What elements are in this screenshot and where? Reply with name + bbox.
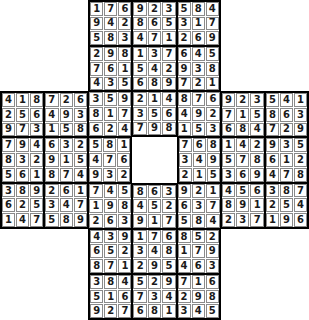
sudoku-cell[interactable]: 5 — [222, 153, 235, 167]
sudoku-cell[interactable]: 5 — [133, 275, 146, 289]
sudoku-cell[interactable]: 1 — [133, 47, 146, 61]
sudoku-cell[interactable]: 3 — [266, 184, 279, 198]
sudoku-cell[interactable]: 6 — [118, 290, 131, 304]
sudoku-cell[interactable]: 6 — [118, 2, 131, 16]
sudoku-cell[interactable]: 3 — [192, 199, 205, 213]
sudoku-cell[interactable]: 5 — [178, 214, 191, 228]
sudoku-box: 745198263 — [88, 183, 132, 229]
sudoku-cell[interactable]: 3 — [280, 138, 293, 152]
sudoku-cell[interactable]: 3 — [89, 92, 102, 106]
sudoku-cell[interactable]: 2 — [104, 122, 117, 136]
sudoku-cell[interactable]: 1 — [104, 290, 117, 304]
sudoku-cell[interactable]: 9 — [148, 122, 161, 136]
sudoku-cell[interactable]: 5 — [162, 17, 175, 31]
sudoku-cell[interactable]: 4 — [236, 138, 249, 152]
sudoku-box: 176942583 — [88, 0, 132, 46]
sudoku-cell[interactable]: 2 — [236, 93, 249, 107]
sudoku-cell[interactable]: 2 — [118, 17, 131, 31]
sudoku-cell[interactable]: 5 — [45, 213, 58, 227]
sudoku-cell[interactable]: 8 — [206, 62, 219, 76]
sudoku-cell[interactable]: 8 — [60, 213, 73, 227]
sudoku-cell[interactable]: 6 — [16, 168, 29, 182]
sudoku-cell[interactable]: 7 — [118, 107, 131, 121]
sudoku-cell[interactable]: 3 — [179, 153, 192, 167]
sudoku-cell[interactable]: 5 — [148, 199, 161, 213]
sudoku-cell[interactable]: 6 — [178, 199, 191, 213]
sudoku-cell[interactable]: 7 — [30, 213, 43, 227]
sudoku-cell[interactable]: 7 — [206, 199, 219, 213]
sudoku-cell[interactable]: 5 — [90, 31, 103, 45]
sudoku-cell[interactable]: 2 — [30, 153, 43, 167]
sudoku-cell[interactable]: 3 — [162, 185, 175, 199]
sudoku-cell[interactable]: 4 — [162, 92, 175, 106]
sudoku-cell[interactable]: 3 — [118, 214, 131, 228]
sudoku-cell[interactable]: 9 — [60, 108, 73, 122]
sudoku-cell[interactable]: 6 — [192, 259, 205, 273]
sudoku-cell[interactable]: 7 — [89, 184, 102, 198]
sudoku-cell[interactable]: 5 — [206, 47, 219, 61]
sudoku-cell[interactable]: 5 — [207, 168, 220, 182]
sudoku-cell[interactable]: 1 — [236, 108, 249, 122]
sudoku-cell[interactable]: 2 — [117, 168, 130, 182]
sudoku-cell[interactable]: 6 — [294, 213, 307, 227]
sudoku-cell[interactable]: 1 — [16, 93, 29, 107]
sudoku-cell[interactable]: 2 — [89, 214, 102, 228]
sudoku-cell[interactable]: 5 — [294, 138, 307, 152]
sudoku-cell[interactable]: 1 — [206, 184, 219, 198]
sudoku-cell[interactable]: 3 — [206, 122, 219, 136]
sudoku-cell[interactable]: 1 — [104, 107, 117, 121]
sudoku-cell[interactable]: 8 — [118, 199, 131, 213]
empty-region — [265, 46, 309, 92]
sudoku-cell[interactable]: 4 — [162, 290, 175, 304]
sudoku-cell[interactable]: 2 — [104, 304, 117, 318]
sudoku-cell[interactable]: 7 — [45, 93, 58, 107]
sudoku-cell[interactable]: 2 — [148, 2, 161, 16]
sudoku-cell[interactable]: 4 — [60, 198, 73, 212]
sudoku-cell[interactable]: 9 — [222, 93, 235, 107]
sudoku-cell[interactable]: 9 — [192, 107, 205, 121]
sudoku-cell[interactable]: 2 — [90, 47, 103, 61]
sudoku-cell[interactable]: 8 — [207, 138, 220, 152]
sudoku-cell[interactable]: 8 — [206, 290, 219, 304]
sudoku-cell[interactable]: 8 — [178, 230, 191, 244]
sudoku-cell[interactable]: 7 — [148, 230, 161, 244]
sudoku-cell[interactable]: 7 — [192, 92, 205, 106]
sudoku-cell[interactable]: 3 — [45, 198, 58, 212]
empty-region — [221, 0, 265, 46]
sudoku-cell[interactable]: 7 — [266, 123, 279, 137]
sudoku-cell[interactable]: 9 — [162, 77, 175, 91]
sudoku-cell[interactable]: 2 — [162, 199, 175, 213]
sudoku-cell[interactable]: 8 — [118, 47, 131, 61]
sudoku-cell[interactable]: 5 — [16, 108, 29, 122]
sudoku-cell[interactable]: 7 — [162, 47, 175, 61]
sudoku-cell[interactable]: 5 — [74, 153, 87, 167]
sudoku-cell[interactable]: 6 — [74, 93, 87, 107]
sudoku-cell[interactable]: 9 — [133, 214, 146, 228]
sudoku-cell[interactable]: 1 — [162, 31, 175, 45]
sudoku-cell[interactable]: 6 — [222, 123, 235, 137]
sudoku-cell[interactable]: 9 — [162, 275, 175, 289]
sudoku-cell[interactable]: 6 — [104, 214, 117, 228]
sudoku-cell[interactable]: 1 — [178, 244, 191, 258]
sudoku-cell[interactable]: 2 — [192, 184, 205, 198]
sudoku-box: 418256973 — [0, 91, 44, 137]
sudoku-cell[interactable]: 9 — [250, 168, 263, 182]
sudoku-cell[interactable]: 4 — [118, 122, 131, 136]
sudoku-cell[interactable]: 9 — [148, 259, 161, 273]
sudoku-cell[interactable]: 2 — [250, 138, 263, 152]
sudoku-cell[interactable]: 2 — [118, 244, 131, 258]
sudoku-cell[interactable]: 2 — [266, 198, 279, 212]
sudoku-cell[interactable]: 5 — [192, 230, 205, 244]
sudoku-cell[interactable]: 7 — [192, 244, 205, 258]
sudoku-cell[interactable]: 6 — [280, 108, 293, 122]
sudoku-cell[interactable]: 9 — [89, 168, 102, 182]
sudoku-cell[interactable]: 1 — [192, 17, 205, 31]
sudoku-cell[interactable]: 2 — [162, 62, 175, 76]
sudoku-cell[interactable]: 4 — [178, 107, 191, 121]
sudoku-cell[interactable]: 7 — [206, 17, 219, 31]
sudoku-cell[interactable]: 2 — [179, 168, 192, 182]
sudoku-cell[interactable]: 4 — [16, 213, 29, 227]
sudoku-cell[interactable]: 1 — [90, 2, 103, 16]
sudoku-cell[interactable]: 7 — [178, 77, 191, 91]
sudoku-cell[interactable]: 7 — [90, 62, 103, 76]
sudoku-cell[interactable]: 8 — [30, 93, 43, 107]
sudoku-cell[interactable]: 8 — [104, 275, 117, 289]
sudoku-cell[interactable]: 4 — [192, 47, 205, 61]
sudoku-cell[interactable]: 1 — [2, 213, 15, 227]
sudoku-cell[interactable]: 3 — [178, 304, 191, 318]
sudoku-cell[interactable]: 3 — [60, 138, 73, 152]
sudoku-cell[interactable]: 5 — [104, 244, 117, 258]
sudoku-cell[interactable]: 3 — [133, 107, 146, 121]
sudoku-cell[interactable]: 8 — [250, 153, 263, 167]
sudoku-cell[interactable]: 7 — [222, 108, 235, 122]
sudoku-cell[interactable]: 1 — [89, 199, 102, 213]
sudoku-cell[interactable]: 8 — [90, 259, 103, 273]
sudoku-cell[interactable]: 4 — [90, 230, 103, 244]
sudoku-cell[interactable]: 8 — [294, 168, 307, 182]
sudoku-cell[interactable]: 5 — [2, 168, 15, 182]
sudoku-cell[interactable]: 3 — [222, 168, 235, 182]
sudoku-cell[interactable]: 1 — [162, 304, 175, 318]
sudoku-cell[interactable]: 4 — [74, 168, 87, 182]
sudoku-cell[interactable]: 6 — [148, 17, 161, 31]
sudoku-cell[interactable]: 3 — [2, 184, 15, 198]
sudoku-cell[interactable]: 9 — [294, 123, 307, 137]
sudoku-cell[interactable]: 5 — [206, 304, 219, 318]
sudoku-cell[interactable]: 3 — [162, 2, 175, 16]
sudoku-cell[interactable]: 4 — [148, 244, 161, 258]
sudoku-cell[interactable]: 4 — [206, 214, 219, 228]
sudoku-cell[interactable]: 6 — [133, 77, 146, 91]
sudoku-cell[interactable]: 9 — [192, 290, 205, 304]
sudoku-cell[interactable]: 6 — [236, 168, 249, 182]
sudoku-cell[interactable]: 4 — [90, 77, 103, 91]
sudoku-cell[interactable]: 2 — [16, 198, 29, 212]
sudoku-cell[interactable]: 3 — [148, 290, 161, 304]
sudoku-box: 541863729 — [265, 91, 309, 137]
sudoku-cell[interactable]: 4 — [294, 198, 307, 212]
sudoku-cell[interactable]: 9 — [74, 213, 87, 227]
sudoku-cell[interactable]: 5 — [192, 122, 205, 136]
sudoku-cell[interactable]: 3 — [74, 108, 87, 122]
sudoku-cell[interactable]: 1 — [133, 230, 146, 244]
sudoku-cell[interactable]: 4 — [280, 93, 293, 107]
sudoku-cell[interactable]: 3 — [294, 108, 307, 122]
sudoku-cell[interactable]: 5 — [90, 290, 103, 304]
sudoku-cell[interactable]: 9 — [178, 62, 191, 76]
sudoku-cell[interactable]: 4 — [118, 275, 131, 289]
sudoku-cell[interactable]: 3 — [30, 123, 43, 137]
sudoku-cell[interactable]: 1 — [266, 213, 279, 227]
sudoku-cell[interactable]: 1 — [30, 168, 43, 182]
sudoku-cell[interactable]: 5 — [236, 184, 249, 198]
sudoku-cell[interactable]: 9 — [133, 2, 146, 16]
sudoku-cell[interactable]: 4 — [193, 153, 206, 167]
sudoku-cell[interactable]: 7 — [60, 168, 73, 182]
sudoku-cell[interactable]: 9 — [16, 138, 29, 152]
sudoku-cell[interactable]: 5 — [118, 77, 131, 91]
sudoku-cell[interactable]: 8 — [133, 17, 146, 31]
sudoku-cell[interactable]: 3 — [133, 244, 146, 258]
sudoku-cell[interactable]: 7 — [133, 290, 146, 304]
sudoku-cell[interactable]: 9 — [266, 138, 279, 152]
sudoku-cell[interactable]: 5 — [104, 92, 117, 106]
sudoku-cell[interactable]: 1 — [45, 123, 58, 137]
sudoku-cell[interactable]: 7 — [294, 184, 307, 198]
sudoku-cell[interactable]: 2 — [280, 123, 293, 137]
sudoku-cell[interactable]: 9 — [90, 17, 103, 31]
sudoku-cell[interactable]: 4 — [206, 2, 219, 16]
sudoku-cell[interactable]: 3 — [104, 230, 117, 244]
sudoku-cell[interactable]: 8 — [162, 122, 175, 136]
sudoku-cell[interactable]: 6 — [193, 138, 206, 152]
sudoku-cell[interactable]: 7 — [179, 138, 192, 152]
sudoku-cell[interactable]: 1 — [148, 92, 161, 106]
sudoku-cell[interactable]: 7 — [118, 304, 131, 318]
sudoku-cell[interactable]: 2 — [2, 108, 15, 122]
sudoku-cell[interactable]: 9 — [30, 184, 43, 198]
sudoku-cell[interactable]: 2 — [192, 77, 205, 91]
sudoku-cell[interactable]: 1 — [206, 77, 219, 91]
sudoku-cell[interactable]: 1 — [193, 168, 206, 182]
sudoku-cell[interactable]: 4 — [148, 62, 161, 76]
sudoku-cell[interactable]: 9 — [118, 230, 131, 244]
sudoku-cell[interactable]: 9 — [104, 47, 117, 61]
sudoku-cell[interactable]: 3 — [250, 93, 263, 107]
sudoku-cell[interactable]: 9 — [45, 153, 58, 167]
sudoku-cell[interactable]: 5 — [118, 184, 131, 198]
sudoku-cell[interactable]: 9 — [90, 304, 103, 318]
sudoku-cell[interactable]: 6 — [45, 138, 58, 152]
sudoku-cell[interactable]: 8 — [104, 31, 117, 45]
sudoku-cell[interactable]: 3 — [192, 62, 205, 76]
sudoku-cell[interactable]: 1 — [148, 214, 161, 228]
sudoku-cell[interactable]: 2 — [133, 92, 146, 106]
sudoku-cell[interactable]: 5 — [280, 198, 293, 212]
sudoku-cell[interactable]: 5 — [60, 123, 73, 137]
sudoku-cell[interactable]: 9 — [104, 199, 117, 213]
sudoku-cell[interactable]: 6 — [162, 107, 175, 121]
sudoku-cell[interactable]: 2 — [148, 275, 161, 289]
sudoku-cell[interactable]: 8 — [148, 77, 161, 91]
sudoku-cell[interactable]: 5 — [133, 62, 146, 76]
sudoku-cell[interactable]: 4 — [178, 259, 191, 273]
sudoku-cell[interactable]: 7 — [236, 153, 249, 167]
sudoku-cell[interactable]: 4 — [222, 184, 235, 198]
sudoku-cell[interactable]: 5 — [89, 138, 102, 152]
sudoku-cell[interactable]: 8 — [2, 153, 15, 167]
sudoku-cell[interactable]: 4 — [104, 184, 117, 198]
sudoku-cell[interactable]: 7 — [250, 213, 263, 227]
sudoku-cell[interactable]: 1 — [118, 259, 131, 273]
sudoku-cell[interactable]: 7 — [16, 123, 29, 137]
sudoku-cell[interactable]: 6 — [250, 184, 263, 198]
sudoku-cell[interactable]: 6 — [89, 122, 102, 136]
sudoku-cell[interactable]: 4 — [30, 138, 43, 152]
sudoku-cell[interactable]: 6 — [266, 153, 279, 167]
sudoku-cell[interactable]: 6 — [162, 230, 175, 244]
sudoku-cell[interactable]: 7 — [280, 168, 293, 182]
sudoku-cell[interactable]: 2 — [294, 153, 307, 167]
sudoku-cell[interactable]: 3 — [104, 77, 117, 91]
sudoku-cell[interactable]: 4 — [2, 93, 15, 107]
sudoku-cell[interactable]: 4 — [133, 199, 146, 213]
sudoku-cell[interactable]: 8 — [133, 185, 146, 199]
sudoku-cell[interactable]: 1 — [192, 275, 205, 289]
sudoku-cell[interactable]: 6 — [60, 184, 73, 198]
sudoku-cell[interactable]: 6 — [90, 244, 103, 258]
sudoku-cell[interactable]: 3 — [178, 17, 191, 31]
sudoku-cell[interactable]: 2 — [178, 290, 191, 304]
sudoku-cell[interactable]: 4 — [266, 168, 279, 182]
sudoku-cell[interactable]: 4 — [133, 31, 146, 45]
sudoku-cell[interactable]: 5 — [148, 107, 161, 121]
sudoku-cell[interactable]: 2 — [74, 138, 87, 152]
sudoku-cell[interactable]: 9 — [178, 184, 191, 198]
sudoku-cell[interactable]: 8 — [45, 168, 58, 182]
sudoku-cell[interactable]: 4 — [250, 123, 263, 137]
empty-region — [44, 46, 88, 92]
sudoku-cell[interactable]: 2 — [222, 213, 235, 227]
sudoku-cell[interactable]: 3 — [236, 213, 249, 227]
sudoku-cell[interactable]: 2 — [206, 107, 219, 121]
sudoku-cell[interactable]: 8 — [74, 123, 87, 137]
sudoku-cell[interactable]: 8 — [266, 108, 279, 122]
sudoku-cell[interactable]: 5 — [162, 259, 175, 273]
sudoku-box: 142578369 — [221, 137, 265, 183]
sudoku-cell[interactable]: 2 — [206, 230, 219, 244]
sudoku-cell[interactable]: 9 — [207, 153, 220, 167]
sudoku-cell[interactable]: 3 — [118, 31, 131, 45]
sudoku-cell[interactable]: 6 — [148, 185, 161, 199]
sudoku-cell[interactable]: 5 — [250, 108, 263, 122]
sudoku-box: 726493158 — [44, 91, 88, 137]
sudoku-cell[interactable]: 6 — [104, 62, 117, 76]
sudoku-cell[interactable]: 1 — [74, 184, 87, 198]
sudoku-cell[interactable]: 3 — [103, 168, 116, 182]
sudoku-cell[interactable]: 9 — [206, 31, 219, 45]
sudoku-cell[interactable]: 7 — [103, 153, 116, 167]
sudoku-cell[interactable]: 8 — [236, 123, 249, 137]
sudoku-cell[interactable]: 5 — [266, 93, 279, 107]
sudoku-cell[interactable]: 3 — [90, 275, 103, 289]
sudoku-cell[interactable]: 6 — [2, 198, 15, 212]
sudoku-cell[interactable]: 3 — [148, 47, 161, 61]
empty-region — [0, 229, 44, 275]
sudoku-cell[interactable]: 8 — [178, 92, 191, 106]
empty-region — [265, 229, 309, 275]
sudoku-cell[interactable]: 7 — [104, 259, 117, 273]
sudoku-cell[interactable]: 4 — [104, 17, 117, 31]
sudoku-cell[interactable]: 4 — [89, 153, 102, 167]
sudoku-cell[interactable]: 7 — [74, 198, 87, 212]
sudoku-cell[interactable]: 9 — [236, 198, 249, 212]
sudoku-cell[interactable]: 1 — [60, 153, 73, 167]
sudoku-cell[interactable]: 8 — [103, 138, 116, 152]
sudoku-cell[interactable]: 2 — [178, 31, 191, 45]
sudoku-cell[interactable]: 7 — [148, 31, 161, 45]
sudoku-cell[interactable]: 6 — [178, 47, 191, 61]
sudoku-cell[interactable]: 6 — [206, 275, 219, 289]
sudoku-cell[interactable]: 1 — [280, 153, 293, 167]
sudoku-cell[interactable]: 9 — [118, 92, 131, 106]
sudoku-cell[interactable]: 1 — [250, 198, 263, 212]
sudoku-cell[interactable]: 7 — [104, 2, 117, 16]
sudoku-cell[interactable]: 4 — [45, 108, 58, 122]
sudoku-cell[interactable]: 7 — [178, 275, 191, 289]
sudoku-cell[interactable]: 1 — [178, 122, 191, 136]
sudoku-cell[interactable]: 8 — [222, 198, 235, 212]
sudoku-cell[interactable]: 1 — [222, 138, 235, 152]
sudoku-cell[interactable]: 8 — [192, 2, 205, 16]
sudoku-cell[interactable]: 9 — [2, 123, 15, 137]
empty-region — [44, 274, 88, 320]
sudoku-cell[interactable]: 4 — [192, 304, 205, 318]
sudoku-cell[interactable]: 8 — [148, 304, 161, 318]
sudoku-cell[interactable]: 5 — [30, 198, 43, 212]
sudoku-cell[interactable]: 8 — [280, 184, 293, 198]
sudoku-cell[interactable]: 8 — [192, 214, 205, 228]
sudoku-cell[interactable]: 2 — [60, 93, 73, 107]
sudoku-cell[interactable]: 7 — [162, 214, 175, 228]
sudoku-cell[interactable]: 7 — [133, 122, 146, 136]
sudoku-cell[interactable]: 8 — [162, 244, 175, 258]
sudoku-cell[interactable]: 6 — [30, 108, 43, 122]
sudoku-cell[interactable]: 6 — [192, 31, 205, 45]
sudoku-cell[interactable]: 6 — [206, 92, 219, 106]
sudoku-cell[interactable]: 1 — [294, 93, 307, 107]
sudoku-cell[interactable]: 5 — [178, 2, 191, 16]
sudoku-cell[interactable]: 6 — [133, 304, 146, 318]
sudoku-cell[interactable]: 8 — [89, 107, 102, 121]
sudoku-cell[interactable]: 8 — [16, 184, 29, 198]
sudoku-cell[interactable]: 6 — [117, 153, 130, 167]
sudoku-cell[interactable]: 3 — [16, 153, 29, 167]
sudoku-cell[interactable]: 9 — [206, 244, 219, 258]
sudoku-cell[interactable]: 9 — [280, 213, 293, 227]
sudoku-cell[interactable]: 2 — [45, 184, 58, 198]
sudoku-cell[interactable]: 3 — [206, 259, 219, 273]
sudoku-cell[interactable]: 7 — [2, 138, 15, 152]
sudoku-cell[interactable]: 1 — [118, 62, 131, 76]
sudoku-cell[interactable]: 1 — [117, 138, 130, 152]
sudoku-cell[interactable]: 2 — [133, 259, 146, 273]
